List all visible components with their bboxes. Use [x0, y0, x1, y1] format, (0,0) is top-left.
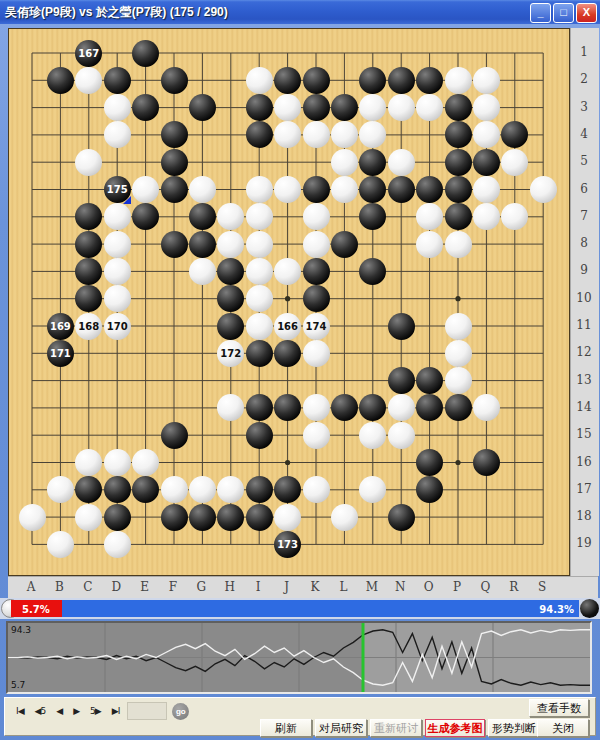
black-stone-I15: [246, 422, 273, 449]
white-stone-K4: [303, 121, 330, 148]
white-stone-H12: [217, 340, 244, 367]
column-label-M: M: [362, 580, 382, 594]
white-stone-I6: [246, 176, 273, 203]
white-stone-S6: [530, 176, 557, 203]
white-stone-N15: [388, 422, 415, 449]
black-stone-D17: [104, 476, 131, 503]
white-stone-B19: [47, 531, 74, 558]
title-bar[interactable]: 吴侑珍(P9段) vs 於之瑩(P7段) (175 / 290) _ □ X: [0, 0, 600, 24]
row-label-17: 17: [571, 482, 597, 496]
winrate-graph[interactable]: 94.3 5.7: [6, 621, 592, 694]
black-stone-M2: [359, 67, 386, 94]
black-stone-C1: [75, 40, 102, 67]
column-label-L: L: [333, 580, 353, 594]
row-label-9: 9: [571, 263, 597, 277]
black-stone-F8: [161, 231, 188, 258]
white-stone-A18: [19, 504, 46, 531]
white-stone-I10: [246, 285, 273, 312]
black-stone-N18: [388, 504, 415, 531]
black-stone-N13: [388, 367, 415, 394]
white-stone-Q2: [473, 67, 500, 94]
column-label-J: J: [277, 580, 297, 594]
row-label-12: 12: [571, 345, 597, 359]
column-label-P: P: [447, 580, 467, 594]
nav-first-button[interactable]: Ι◀: [13, 705, 27, 717]
column-label-I: I: [248, 580, 268, 594]
white-stone-O3: [416, 94, 443, 121]
row-label-18: 18: [571, 509, 597, 523]
black-stone-O2: [416, 67, 443, 94]
black-stone-C9: [75, 258, 102, 285]
column-label-C: C: [78, 580, 98, 594]
black-stone-icon: [580, 599, 599, 618]
black-stone-G7: [189, 203, 216, 230]
graph-bottom-label: 5.7: [11, 680, 25, 690]
window-title: 吴侑珍(P9段) vs 於之瑩(P7段) (175 / 290): [0, 4, 228, 21]
row-label-8: 8: [571, 236, 597, 250]
white-stone-I7: [246, 203, 273, 230]
column-coordinate-strip: ABCDEFGHIJKLMNOPQRS: [8, 576, 598, 599]
white-stone-J9: [274, 258, 301, 285]
white-stone-K17: [303, 476, 330, 503]
white-stone-D16: [104, 449, 131, 476]
black-stone-N6: [388, 176, 415, 203]
black-stone-I18: [246, 504, 273, 531]
white-stone-Q3: [473, 94, 500, 121]
black-stone-G8: [189, 231, 216, 258]
column-label-K: K: [305, 580, 325, 594]
black-stone-O16: [416, 449, 443, 476]
black-stone-K6: [303, 176, 330, 203]
row-label-1: 1: [571, 45, 597, 59]
white-stone-D3: [104, 94, 131, 121]
row-label-6: 6: [571, 182, 597, 196]
position-judge-button[interactable]: 形势判断: [488, 719, 540, 737]
black-stone-I14: [246, 394, 273, 421]
white-stone-K7: [303, 203, 330, 230]
black-stone-J2: [274, 67, 301, 94]
white-stone-D9: [104, 258, 131, 285]
black-stone-F15: [161, 422, 188, 449]
white-stone-I11: [246, 313, 273, 340]
black-stone-N11: [388, 313, 415, 340]
white-stone-D11: [104, 313, 131, 340]
black-stone-F6: [161, 176, 188, 203]
white-stone-C5: [75, 149, 102, 176]
view-moves-button[interactable]: 查看手数: [529, 699, 589, 717]
white-stone-N14: [388, 394, 415, 421]
app-window: 吴侑珍(P9段) vs 於之瑩(P7段) (175 / 290) _ □ X 1…: [0, 0, 600, 740]
game-study-button[interactable]: 对局研究: [315, 719, 367, 737]
black-stone-O6: [416, 176, 443, 203]
row-label-5: 5: [571, 154, 597, 168]
black-stone-G18: [189, 504, 216, 531]
go-board[interactable]: 167175169168170166174171172173: [8, 28, 570, 576]
black-stone-P3: [445, 94, 472, 121]
white-stone-E16: [132, 449, 159, 476]
black-stone-I17: [246, 476, 273, 503]
black-stone-B11: [47, 313, 74, 340]
window-buttons: _ □ X: [530, 3, 597, 23]
last-move-marker-icon: [123, 196, 131, 204]
black-stone-M9: [359, 258, 386, 285]
white-stone-G6: [189, 176, 216, 203]
white-stone-D7: [104, 203, 131, 230]
nav-back5-button[interactable]: ◀5: [32, 705, 49, 717]
white-stone-I2: [246, 67, 273, 94]
white-stone-K8: [303, 231, 330, 258]
column-label-O: O: [419, 580, 439, 594]
white-stone-K15: [303, 422, 330, 449]
black-stone-C8: [75, 231, 102, 258]
black-winrate-segment: [62, 600, 579, 617]
graph-top-label: 94.3: [11, 625, 31, 635]
white-stone-I8: [246, 231, 273, 258]
black-stone-F4: [161, 121, 188, 148]
white-stone-L5: [331, 149, 358, 176]
black-stone-H18: [217, 504, 244, 531]
white-stone-D10: [104, 285, 131, 312]
black-stone-H9: [217, 258, 244, 285]
column-label-R: R: [504, 580, 524, 594]
black-stone-Q16: [473, 449, 500, 476]
black-stone-D2: [104, 67, 131, 94]
column-label-B: B: [49, 580, 69, 594]
black-stone-F18: [161, 504, 188, 531]
white-stone-D4: [104, 121, 131, 148]
black-stone-B12: [47, 340, 74, 367]
column-label-G: G: [191, 580, 211, 594]
black-stone-F2: [161, 67, 188, 94]
black-stone-P4: [445, 121, 472, 148]
black-stone-J12: [274, 340, 301, 367]
black-stone-P5: [445, 149, 472, 176]
white-stone-M15: [359, 422, 386, 449]
generate-reference-button[interactable]: 生成参考图: [425, 719, 485, 737]
nav-last-button[interactable]: ▶Ι: [109, 705, 123, 717]
re-study-button[interactable]: 重新研讨: [370, 719, 422, 737]
white-stone-H8: [217, 231, 244, 258]
white-stone-E6: [132, 176, 159, 203]
white-stone-P12: [445, 340, 472, 367]
black-stone-Q5: [473, 149, 500, 176]
column-label-Q: Q: [475, 580, 495, 594]
nav-forward5-button[interactable]: 5▶: [87, 705, 104, 717]
move-number-input[interactable]: [127, 702, 167, 720]
row-label-4: 4: [571, 127, 597, 141]
black-stone-M5: [359, 149, 386, 176]
white-stone-K11: [303, 313, 330, 340]
black-stone-J19: [274, 531, 301, 558]
white-stone-Q7: [473, 203, 500, 230]
black-stone-G3: [189, 94, 216, 121]
nav-forward1-button[interactable]: ▶: [70, 705, 82, 717]
black-stone-P14: [445, 394, 472, 421]
nav-back1-button[interactable]: ◀: [53, 705, 65, 717]
white-stone-Q6: [473, 176, 500, 203]
row-label-13: 13: [571, 373, 597, 387]
black-stone-F5: [161, 149, 188, 176]
column-label-A: A: [21, 580, 41, 594]
column-label-H: H: [220, 580, 240, 594]
white-stone-G17: [189, 476, 216, 503]
black-stone-K9: [303, 258, 330, 285]
minimize-icon[interactable]: _: [530, 3, 551, 23]
white-stone-B17: [47, 476, 74, 503]
row-label-14: 14: [571, 400, 597, 414]
white-stone-D8: [104, 231, 131, 258]
white-stone-J3: [274, 94, 301, 121]
black-stone-L3: [331, 94, 358, 121]
white-stone-K12: [303, 340, 330, 367]
row-label-10: 10: [571, 291, 597, 305]
go-button[interactable]: go: [172, 703, 189, 720]
white-stone-L6: [331, 176, 358, 203]
white-stone-K14: [303, 394, 330, 421]
column-label-F: F: [163, 580, 183, 594]
white-stone-L18: [331, 504, 358, 531]
black-stone-O13: [416, 367, 443, 394]
maximize-icon[interactable]: □: [553, 3, 574, 23]
white-stone-P11: [445, 313, 472, 340]
white-stone-C2: [75, 67, 102, 94]
white-stone-D19: [104, 531, 131, 558]
white-stone-J11: [274, 313, 301, 340]
white-stone-F17: [161, 476, 188, 503]
black-stone-K2: [303, 67, 330, 94]
black-winrate-value: 94.3%: [539, 604, 574, 615]
row-label-7: 7: [571, 209, 597, 223]
black-stone-K10: [303, 285, 330, 312]
white-stone-N3: [388, 94, 415, 121]
column-label-E: E: [135, 580, 155, 594]
white-stone-I9: [246, 258, 273, 285]
column-label-S: S: [532, 580, 552, 594]
row-label-2: 2: [571, 72, 597, 86]
winrate-bar: 5.7% 94.3%: [0, 598, 600, 619]
white-winrate-value: 5.7%: [22, 604, 50, 615]
white-stone-J6: [274, 176, 301, 203]
white-stone-N5: [388, 149, 415, 176]
white-stone-P13: [445, 367, 472, 394]
black-stone-I12: [246, 340, 273, 367]
row-label-3: 3: [571, 100, 597, 114]
black-stone-E3: [132, 94, 159, 121]
row-coordinate-strip: 12345678910111213141516171819: [570, 28, 599, 576]
row-label-19: 19: [571, 536, 597, 550]
black-stone-P6: [445, 176, 472, 203]
white-stone-C11: [75, 313, 102, 340]
refresh-button[interactable]: 刷新: [260, 719, 312, 737]
black-stone-L8: [331, 231, 358, 258]
black-stone-D18: [104, 504, 131, 531]
row-label-15: 15: [571, 427, 597, 441]
row-label-16: 16: [571, 455, 597, 469]
black-stone-N2: [388, 67, 415, 94]
black-stone-I4: [246, 121, 273, 148]
white-stone-J18: [274, 504, 301, 531]
black-stone-K3: [303, 94, 330, 121]
white-stone-R5: [501, 149, 528, 176]
white-stone-G9: [189, 258, 216, 285]
black-stone-P7: [445, 203, 472, 230]
close-button[interactable]: 关闭: [537, 719, 589, 737]
row-label-11: 11: [571, 318, 597, 332]
black-stone-I3: [246, 94, 273, 121]
control-panel: Ι◀ ◀5 ◀ ▶ 5▶ ▶Ι go 查看手数 刷新 对局研究 重新研讨 生成参…: [4, 697, 596, 736]
close-icon[interactable]: X: [576, 3, 597, 23]
column-label-N: N: [390, 580, 410, 594]
white-stone-O8: [416, 231, 443, 258]
white-stone-P2: [445, 67, 472, 94]
white-stone-P8: [445, 231, 472, 258]
black-stone-E1: [132, 40, 159, 67]
white-stone-C18: [75, 504, 102, 531]
column-label-D: D: [106, 580, 126, 594]
black-stone-B2: [47, 67, 74, 94]
black-stone-H11: [217, 313, 244, 340]
navigation-row: Ι◀ ◀5 ◀ ▶ 5▶ ▶Ι go: [13, 702, 189, 720]
